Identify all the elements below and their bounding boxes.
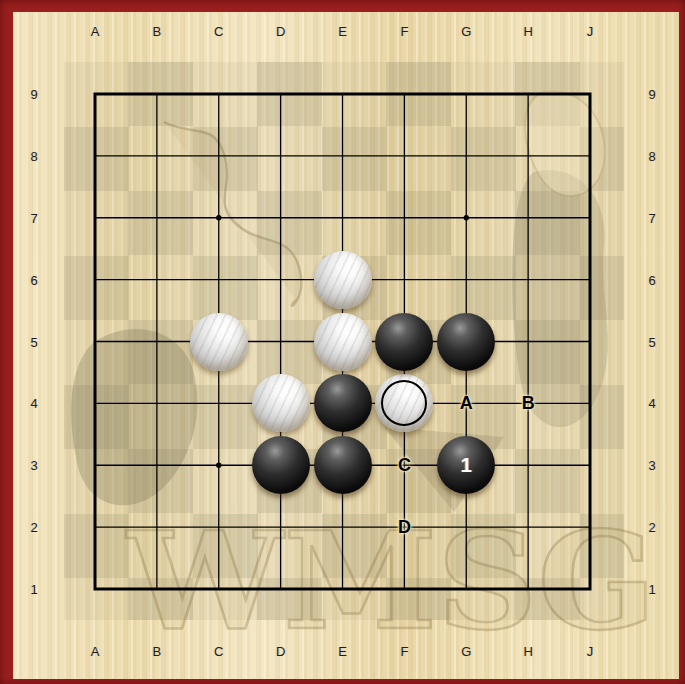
coord-label-bottom-C: C <box>214 644 223 659</box>
coord-label-right-3: 3 <box>648 458 655 473</box>
coord-label-left-7: 7 <box>30 210 37 225</box>
black-stone-G5 <box>437 313 495 371</box>
coord-label-left-6: 6 <box>30 272 37 287</box>
black-stone-E4 <box>314 374 372 432</box>
coord-label-top-H: H <box>523 24 532 39</box>
coord-label-top-J: J <box>587 24 594 39</box>
black-stone-F5 <box>375 313 433 371</box>
diagram-frame: WMSG 1ABCDAABBCCDDEEFFGGHHJJ998877665544… <box>0 0 685 684</box>
coord-label-bottom-E: E <box>338 644 347 659</box>
coord-label-top-G: G <box>461 24 471 39</box>
coord-label-right-4: 4 <box>648 396 655 411</box>
board-stage: 1ABCDAABBCCDDEEFFGGHHJJ99887766554433221… <box>0 0 685 684</box>
coord-label-left-3: 3 <box>30 458 37 473</box>
point-label-C: C <box>398 455 411 476</box>
coord-label-bottom-G: G <box>461 644 471 659</box>
circle-marker-F4 <box>381 380 427 426</box>
white-stone-E5 <box>314 313 372 371</box>
coord-label-right-2: 2 <box>648 520 655 535</box>
coord-label-left-9: 9 <box>30 87 37 102</box>
white-stone-D4 <box>252 374 310 432</box>
coord-label-bottom-B: B <box>153 644 162 659</box>
coord-label-right-6: 6 <box>648 272 655 287</box>
coord-label-bottom-H: H <box>523 644 532 659</box>
coord-label-top-D: D <box>276 24 285 39</box>
coord-label-bottom-F: F <box>400 644 408 659</box>
coord-label-bottom-A: A <box>91 644 100 659</box>
coord-label-right-8: 8 <box>648 148 655 163</box>
white-stone-C5 <box>190 313 248 371</box>
coord-label-left-5: 5 <box>30 334 37 349</box>
coord-label-left-1: 1 <box>30 582 37 597</box>
coord-label-top-A: A <box>91 24 100 39</box>
black-stone-E3 <box>314 436 372 494</box>
black-stone-G3: 1 <box>437 436 495 494</box>
coord-label-top-B: B <box>153 24 162 39</box>
coord-label-left-8: 8 <box>30 148 37 163</box>
black-stone-D3 <box>252 436 310 494</box>
coord-label-right-5: 5 <box>648 334 655 349</box>
point-label-D: D <box>398 517 411 538</box>
coord-label-bottom-D: D <box>276 644 285 659</box>
point-label-B: B <box>522 393 535 414</box>
coord-label-left-2: 2 <box>30 520 37 535</box>
coord-label-top-F: F <box>400 24 408 39</box>
coord-label-bottom-J: J <box>587 644 594 659</box>
white-stone-E6 <box>314 251 372 309</box>
coord-label-left-4: 4 <box>30 396 37 411</box>
move-number-label-G3: 1 <box>437 436 495 494</box>
point-label-A: A <box>460 393 473 414</box>
coord-label-right-1: 1 <box>648 582 655 597</box>
coord-label-right-9: 9 <box>648 87 655 102</box>
coord-label-top-C: C <box>214 24 223 39</box>
coord-label-right-7: 7 <box>648 210 655 225</box>
coord-label-top-E: E <box>338 24 347 39</box>
